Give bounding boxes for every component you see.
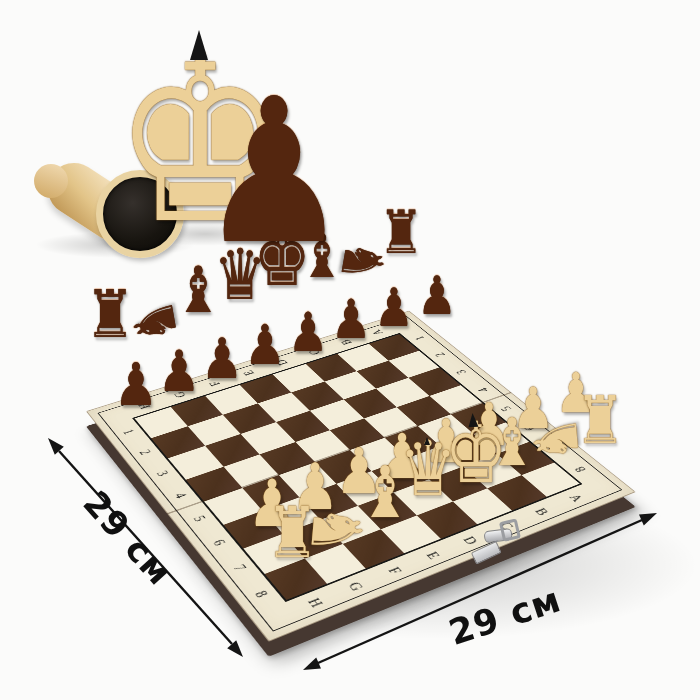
product-photo: HH11GG22FF33EE44DD55CC66BB77AA88 ♜♝♚♞♛♝♟… — [0, 0, 700, 700]
dimension-arrows — [0, 0, 700, 700]
bottom-dimension-arrowhead-right — [639, 513, 657, 525]
bottom-dimension-arrowhead-left — [303, 658, 321, 670]
